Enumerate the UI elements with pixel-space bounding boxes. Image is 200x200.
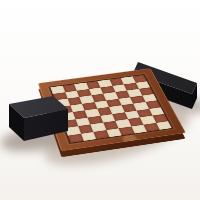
board-square bbox=[97, 107, 112, 116]
playing-field bbox=[50, 75, 171, 143]
product-photo-stage bbox=[0, 0, 200, 200]
board-square bbox=[87, 116, 102, 125]
board-square bbox=[149, 107, 165, 116]
board-square bbox=[72, 110, 87, 119]
board-square bbox=[145, 100, 160, 108]
board-square bbox=[90, 123, 106, 132]
board-square bbox=[152, 114, 168, 123]
board-square bbox=[128, 117, 144, 126]
board-square bbox=[118, 126, 134, 135]
board-square bbox=[100, 114, 115, 123]
board-square bbox=[75, 117, 90, 126]
board-square bbox=[115, 119, 131, 128]
board-square bbox=[156, 121, 172, 130]
board-square bbox=[68, 134, 84, 143]
board-square bbox=[80, 132, 96, 141]
board-square bbox=[140, 116, 156, 125]
board-square bbox=[103, 121, 119, 130]
board-square bbox=[131, 124, 147, 133]
board-square bbox=[106, 128, 122, 137]
board-square bbox=[93, 130, 109, 139]
board-square bbox=[124, 110, 140, 119]
board-square bbox=[85, 109, 100, 118]
board-square bbox=[143, 123, 159, 132]
board-square bbox=[136, 109, 152, 118]
board-square bbox=[78, 124, 93, 133]
board-square bbox=[112, 112, 127, 121]
